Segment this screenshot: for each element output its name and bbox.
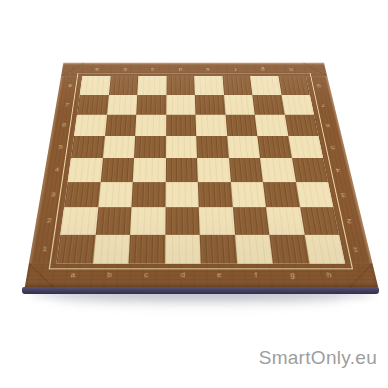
rank-label-5-left: 5: [47, 136, 74, 158]
file-label-h-top: h: [276, 63, 306, 77]
square-c4: [133, 158, 166, 182]
square-e8: [194, 76, 223, 95]
board-frame-bottom: abcdefgh: [25, 264, 378, 288]
square-g3: [263, 182, 300, 207]
rank-label-8-left: 8: [58, 76, 83, 95]
file-label-g-top: g: [248, 63, 278, 77]
file-label-f-top: f: [221, 63, 250, 77]
square-f1: [234, 234, 272, 263]
file-label-a-top: a: [82, 63, 111, 77]
watermark: SmartOnly.eu: [259, 347, 377, 369]
square-h3: [295, 182, 333, 207]
square-b3: [98, 182, 133, 207]
file-label-e-top: e: [194, 63, 222, 77]
square-b2: [95, 207, 131, 234]
square-c2: [130, 207, 165, 234]
square-a5: [71, 136, 105, 158]
square-f8: [222, 76, 252, 95]
rank-label-6-left: 6: [51, 115, 77, 136]
square-h4: [292, 158, 328, 182]
square-a3: [64, 182, 100, 207]
square-h7: [281, 95, 314, 115]
square-a7: [77, 95, 109, 115]
square-d6: [166, 115, 197, 136]
square-g4: [260, 158, 295, 182]
square-b7: [107, 95, 138, 115]
board-side-edge: [22, 287, 379, 294]
square-g7: [252, 95, 284, 115]
square-b1: [92, 234, 130, 263]
square-f2: [232, 207, 269, 234]
file-label-d-bottom: d: [164, 264, 201, 288]
square-f6: [225, 115, 257, 136]
file-label-d-top: d: [166, 63, 194, 77]
square-e5: [196, 136, 228, 158]
chessboard: abcdefgh abcdefgh 87654321 87654321: [25, 63, 378, 288]
rank-label-3-left: 3: [39, 182, 68, 207]
square-c5: [134, 136, 166, 158]
square-c6: [135, 115, 166, 136]
rank-label-5-right: 5: [318, 136, 347, 158]
rank-label-8-right: 8: [306, 76, 332, 95]
square-a2: [60, 207, 97, 234]
file-label-f-bottom: f: [237, 264, 276, 288]
square-d4: [165, 158, 198, 182]
square-e4: [197, 158, 230, 182]
square-c7: [136, 95, 166, 115]
square-b4: [100, 158, 134, 182]
product-photo: abcdefgh abcdefgh 87654321 87654321 Smar…: [0, 0, 388, 388]
square-h8: [278, 76, 310, 95]
square-b8: [109, 76, 139, 95]
rank-label-2-left: 2: [34, 207, 64, 234]
square-e3: [198, 182, 233, 207]
board-frame-top: abcdefgh: [61, 63, 327, 77]
square-b5: [103, 136, 136, 158]
square-e2: [199, 207, 235, 234]
square-e6: [195, 115, 226, 136]
file-label-e-bottom: e: [201, 264, 239, 288]
rank-label-7-right: 7: [310, 95, 337, 115]
file-label-h-bottom: h: [309, 264, 350, 288]
square-c3: [131, 182, 165, 207]
square-e1: [200, 234, 237, 263]
square-c8: [137, 76, 166, 95]
square-d8: [166, 76, 195, 95]
square-g1: [269, 234, 309, 263]
square-f3: [230, 182, 266, 207]
square-g5: [257, 136, 291, 158]
square-g6: [255, 115, 288, 136]
file-label-c-bottom: c: [127, 264, 164, 288]
rank-label-6-right: 6: [314, 115, 342, 136]
rank-label-1-left: 1: [29, 234, 61, 263]
file-labels-top: abcdefgh: [82, 63, 306, 77]
square-h1: [304, 234, 345, 263]
square-f7: [224, 95, 255, 115]
file-label-c-top: c: [138, 63, 166, 77]
square-g8: [250, 76, 281, 95]
square-d3: [165, 182, 199, 207]
square-d1: [165, 234, 201, 263]
square-a8: [80, 76, 111, 95]
file-label-a-bottom: a: [53, 264, 92, 288]
square-e7: [195, 95, 225, 115]
square-h5: [288, 136, 323, 158]
square-h6: [284, 115, 318, 136]
square-a6: [74, 115, 107, 136]
square-c1: [129, 234, 165, 263]
file-label-g-bottom: g: [273, 264, 313, 288]
square-d2: [165, 207, 200, 234]
rank-label-7-left: 7: [54, 95, 79, 115]
file-label-b-bottom: b: [90, 264, 128, 288]
square-h2: [300, 207, 339, 234]
square-b6: [105, 115, 137, 136]
board-squares: [56, 76, 345, 263]
file-label-b-top: b: [110, 63, 139, 77]
square-a4: [68, 158, 103, 182]
board-shadow-soft: [55, 292, 345, 304]
file-labels-bottom: abcdefgh: [53, 264, 350, 288]
square-f5: [227, 136, 260, 158]
square-g2: [266, 207, 304, 234]
rank-label-4-right: 4: [323, 158, 353, 182]
rank-label-4-left: 4: [43, 158, 71, 182]
square-d7: [166, 95, 196, 115]
square-f4: [229, 158, 263, 182]
square-d5: [166, 136, 198, 158]
square-a1: [56, 234, 95, 263]
